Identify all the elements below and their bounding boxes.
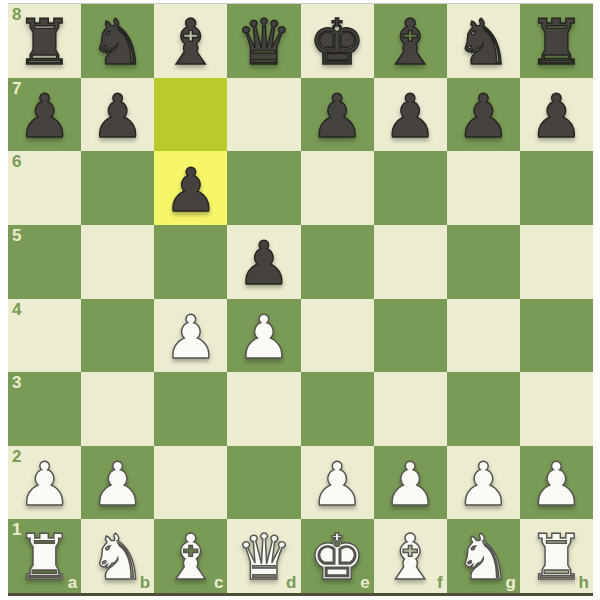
piece-white-pawn[interactable]: ♟ bbox=[301, 446, 374, 520]
piece-black-pawn[interactable]: ♟ bbox=[154, 151, 227, 225]
square-b4[interactable] bbox=[81, 299, 154, 373]
square-g7[interactable]: ♟ bbox=[447, 78, 520, 152]
piece-white-king[interactable]: ♚ bbox=[301, 519, 374, 593]
square-a2[interactable]: 2♟ bbox=[8, 446, 81, 520]
piece-black-bishop[interactable]: ♝ bbox=[154, 4, 227, 78]
square-e2[interactable]: ♟ bbox=[301, 446, 374, 520]
piece-black-knight[interactable]: ♞ bbox=[81, 4, 154, 78]
square-f8[interactable]: ♝ bbox=[374, 4, 447, 78]
square-e1[interactable]: e♚ bbox=[301, 519, 374, 593]
piece-black-pawn[interactable]: ♟ bbox=[374, 78, 447, 152]
piece-black-pawn[interactable]: ♟ bbox=[81, 78, 154, 152]
square-e7[interactable]: ♟ bbox=[301, 78, 374, 152]
piece-black-king[interactable]: ♚ bbox=[301, 4, 374, 78]
piece-black-pawn[interactable]: ♟ bbox=[8, 78, 81, 152]
chess-board: 8♜♞♝♛♚♝♞♜7♟♟♟♟♟♟6♟5♟4♟♟32♟♟♟♟♟♟1a♜b♞c♝d♛… bbox=[8, 4, 593, 593]
rank-label-3: 3 bbox=[12, 373, 21, 393]
piece-black-rook[interactable]: ♜ bbox=[520, 4, 593, 78]
square-d7[interactable] bbox=[227, 78, 300, 152]
square-f3[interactable] bbox=[374, 372, 447, 446]
piece-white-rook[interactable]: ♜ bbox=[520, 519, 593, 593]
square-c3[interactable] bbox=[154, 372, 227, 446]
square-b8[interactable]: ♞ bbox=[81, 4, 154, 78]
square-a1[interactable]: 1a♜ bbox=[8, 519, 81, 593]
square-a8[interactable]: 8♜ bbox=[8, 4, 81, 78]
square-b6[interactable] bbox=[81, 151, 154, 225]
square-c7[interactable] bbox=[154, 78, 227, 152]
square-d5[interactable]: ♟ bbox=[227, 225, 300, 299]
square-d4[interactable]: ♟ bbox=[227, 299, 300, 373]
square-c4[interactable]: ♟ bbox=[154, 299, 227, 373]
square-c8[interactable]: ♝ bbox=[154, 4, 227, 78]
square-e6[interactable] bbox=[301, 151, 374, 225]
square-g3[interactable] bbox=[447, 372, 520, 446]
square-h4[interactable] bbox=[520, 299, 593, 373]
square-e4[interactable] bbox=[301, 299, 374, 373]
square-b1[interactable]: b♞ bbox=[81, 519, 154, 593]
square-b7[interactable]: ♟ bbox=[81, 78, 154, 152]
square-b3[interactable] bbox=[81, 372, 154, 446]
piece-white-bishop[interactable]: ♝ bbox=[374, 519, 447, 593]
piece-white-pawn[interactable]: ♟ bbox=[8, 446, 81, 520]
square-e8[interactable]: ♚ bbox=[301, 4, 374, 78]
square-f4[interactable] bbox=[374, 299, 447, 373]
piece-white-pawn[interactable]: ♟ bbox=[520, 446, 593, 520]
chess-board-frame: 8♜♞♝♛♚♝♞♜7♟♟♟♟♟♟6♟5♟4♟♟32♟♟♟♟♟♟1a♜b♞c♝d♛… bbox=[8, 3, 593, 596]
square-h1[interactable]: h♜ bbox=[520, 519, 593, 593]
square-h2[interactable]: ♟ bbox=[520, 446, 593, 520]
piece-white-queen[interactable]: ♛ bbox=[227, 519, 300, 593]
square-g6[interactable] bbox=[447, 151, 520, 225]
piece-white-pawn[interactable]: ♟ bbox=[154, 299, 227, 373]
piece-black-bishop[interactable]: ♝ bbox=[374, 4, 447, 78]
square-c6[interactable]: ♟ bbox=[154, 151, 227, 225]
piece-white-pawn[interactable]: ♟ bbox=[227, 299, 300, 373]
square-h8[interactable]: ♜ bbox=[520, 4, 593, 78]
square-d2[interactable] bbox=[227, 446, 300, 520]
piece-white-pawn[interactable]: ♟ bbox=[81, 446, 154, 520]
square-h7[interactable]: ♟ bbox=[520, 78, 593, 152]
square-e5[interactable] bbox=[301, 225, 374, 299]
square-b2[interactable]: ♟ bbox=[81, 446, 154, 520]
square-a3[interactable]: 3 bbox=[8, 372, 81, 446]
square-d3[interactable] bbox=[227, 372, 300, 446]
piece-black-rook[interactable]: ♜ bbox=[8, 4, 81, 78]
square-a5[interactable]: 5 bbox=[8, 225, 81, 299]
square-f6[interactable] bbox=[374, 151, 447, 225]
square-a4[interactable]: 4 bbox=[8, 299, 81, 373]
piece-white-pawn[interactable]: ♟ bbox=[374, 446, 447, 520]
square-d8[interactable]: ♛ bbox=[227, 4, 300, 78]
square-c1[interactable]: c♝ bbox=[154, 519, 227, 593]
square-f2[interactable]: ♟ bbox=[374, 446, 447, 520]
square-b5[interactable] bbox=[81, 225, 154, 299]
rank-label-5: 5 bbox=[12, 226, 21, 246]
square-h3[interactable] bbox=[520, 372, 593, 446]
piece-black-queen[interactable]: ♛ bbox=[227, 4, 300, 78]
piece-white-pawn[interactable]: ♟ bbox=[447, 446, 520, 520]
rank-label-6: 6 bbox=[12, 152, 21, 172]
piece-black-pawn[interactable]: ♟ bbox=[227, 225, 300, 299]
square-d1[interactable]: d♛ bbox=[227, 519, 300, 593]
square-f5[interactable] bbox=[374, 225, 447, 299]
square-a6[interactable]: 6 bbox=[8, 151, 81, 225]
square-g2[interactable]: ♟ bbox=[447, 446, 520, 520]
square-a7[interactable]: 7♟ bbox=[8, 78, 81, 152]
square-g4[interactable] bbox=[447, 299, 520, 373]
piece-white-rook[interactable]: ♜ bbox=[8, 519, 81, 593]
piece-black-pawn[interactable]: ♟ bbox=[520, 78, 593, 152]
square-c2[interactable] bbox=[154, 446, 227, 520]
piece-black-pawn[interactable]: ♟ bbox=[301, 78, 374, 152]
piece-black-pawn[interactable]: ♟ bbox=[447, 78, 520, 152]
piece-black-knight[interactable]: ♞ bbox=[447, 4, 520, 78]
square-g1[interactable]: g♞ bbox=[447, 519, 520, 593]
square-e3[interactable] bbox=[301, 372, 374, 446]
square-d6[interactable] bbox=[227, 151, 300, 225]
piece-white-knight[interactable]: ♞ bbox=[81, 519, 154, 593]
square-h6[interactable] bbox=[520, 151, 593, 225]
piece-white-bishop[interactable]: ♝ bbox=[154, 519, 227, 593]
square-g5[interactable] bbox=[447, 225, 520, 299]
square-h5[interactable] bbox=[520, 225, 593, 299]
square-f1[interactable]: f♝ bbox=[374, 519, 447, 593]
square-f7[interactable]: ♟ bbox=[374, 78, 447, 152]
square-c5[interactable] bbox=[154, 225, 227, 299]
square-g8[interactable]: ♞ bbox=[447, 4, 520, 78]
rank-label-4: 4 bbox=[12, 300, 21, 320]
piece-white-knight[interactable]: ♞ bbox=[447, 519, 520, 593]
